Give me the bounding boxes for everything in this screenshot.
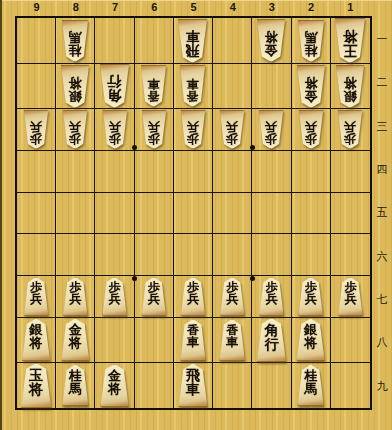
piece-face: 王将 <box>334 18 366 63</box>
shogi-board: 桂馬飛車金将桂馬王将銀将角行香車香車金将銀将歩兵歩兵歩兵歩兵歩兵歩兵歩兵歩兵歩兵… <box>15 16 372 410</box>
board-cell-4-6[interactable] <box>213 234 252 276</box>
piece-sente-pawn[interactable]: 歩兵 <box>337 277 363 316</box>
hoshi-dot <box>250 276 255 281</box>
piece-kanji: 車 <box>148 78 160 90</box>
file-label-5: 5 <box>174 1 213 14</box>
piece-face: 歩兵 <box>298 277 324 316</box>
board-cell-2-9[interactable]: 桂馬 <box>292 363 331 408</box>
piece-face: 香車 <box>179 319 206 361</box>
piece-kanji: 車 <box>187 78 199 90</box>
piece-kanji: 兵 <box>265 294 277 306</box>
board-cell-6-5[interactable] <box>135 193 174 235</box>
board-cell-2-4[interactable] <box>292 151 331 193</box>
piece-face: 歩兵 <box>141 277 167 316</box>
hoshi-dot <box>250 145 255 150</box>
file-label-7: 7 <box>95 1 134 14</box>
piece-sente-pawn[interactable]: 歩兵 <box>258 277 284 316</box>
piece-gote-pawn[interactable]: 歩兵 <box>337 110 363 149</box>
piece-gote-lance[interactable]: 香車 <box>179 65 206 107</box>
board-cell-8-3[interactable]: 歩兵 <box>56 109 95 151</box>
piece-gote-knight[interactable]: 桂馬 <box>297 20 325 62</box>
piece-kanji: 将 <box>343 30 357 44</box>
piece-face: 金将 <box>60 318 90 361</box>
board-cell-9-5[interactable] <box>17 193 56 235</box>
file-label-1: 1 <box>331 1 370 14</box>
board-cell-5-8[interactable]: 香車 <box>174 318 213 363</box>
piece-face: 金将 <box>296 65 326 108</box>
file-label-3: 3 <box>252 1 291 14</box>
piece-kanji: 兵 <box>148 294 160 306</box>
board-cell-3-5[interactable] <box>252 193 291 235</box>
file-label-4: 4 <box>213 1 252 14</box>
piece-kanji: 兵 <box>305 294 317 306</box>
rank-label-8: 八 <box>374 321 390 364</box>
board-cell-5-9[interactable]: 飛車 <box>174 363 213 408</box>
piece-face: 桂馬 <box>61 364 89 406</box>
piece-gote-pawn[interactable]: 歩兵 <box>258 110 284 149</box>
piece-gote-rook[interactable]: 飛車 <box>177 19 208 63</box>
board-cell-3-4[interactable] <box>252 151 291 193</box>
hoshi-dot <box>132 145 137 150</box>
board-cell-4-5[interactable] <box>213 193 252 235</box>
board-cell-1-7[interactable]: 歩兵 <box>331 276 370 318</box>
piece-face: 歩兵 <box>258 277 284 316</box>
board-cell-8-6[interactable] <box>56 234 95 276</box>
piece-sente-lance[interactable]: 香車 <box>179 319 206 361</box>
board-cell-1-8[interactable] <box>331 318 370 363</box>
board-cell-7-4[interactable] <box>95 151 134 193</box>
file-label-8: 8 <box>56 1 95 14</box>
board-cell-7-9[interactable]: 金将 <box>95 363 134 408</box>
piece-kanji: 馬 <box>304 30 317 43</box>
board-cell-4-7[interactable]: 歩兵 <box>213 276 252 318</box>
piece-face: 歩兵 <box>337 110 363 149</box>
board-cell-9-3[interactable]: 歩兵 <box>17 109 56 151</box>
board-cell-7-6[interactable] <box>95 234 134 276</box>
board-cell-8-9[interactable]: 桂馬 <box>56 363 95 408</box>
piece-kanji: 将 <box>29 383 43 397</box>
rank-label-5: 五 <box>374 191 390 234</box>
board-cell-5-2[interactable]: 香車 <box>174 64 213 109</box>
rank-label-6: 六 <box>374 235 390 278</box>
piece-sente-pawn[interactable]: 歩兵 <box>141 277 167 316</box>
board-cell-5-6[interactable] <box>174 234 213 276</box>
board-cell-8-4[interactable] <box>56 151 95 193</box>
board-cell-4-1[interactable] <box>213 18 252 64</box>
piece-kanji: 馬 <box>304 383 317 396</box>
board-cell-6-2[interactable]: 香車 <box>135 64 174 109</box>
board-cell-1-5[interactable] <box>331 193 370 235</box>
board-cell-9-6[interactable] <box>17 234 56 276</box>
piece-face: 歩兵 <box>23 277 49 316</box>
piece-gote-king[interactable]: 王将 <box>334 18 366 63</box>
board-cell-2-8[interactable]: 銀将 <box>292 318 331 363</box>
file-label-9: 9 <box>17 1 56 14</box>
board-cell-5-3[interactable]: 歩兵 <box>174 109 213 151</box>
piece-gote-pawn[interactable]: 歩兵 <box>23 110 49 149</box>
board-cell-3-3[interactable]: 歩兵 <box>252 109 291 151</box>
piece-kanji: 香 <box>148 89 160 101</box>
board-cell-3-1[interactable]: 金将 <box>252 18 291 64</box>
piece-face: 歩兵 <box>298 110 324 149</box>
piece-face: 歩兵 <box>102 110 128 149</box>
piece-kanji: 兵 <box>265 120 277 132</box>
rank-labels: 一二三四五六七八九 <box>374 18 390 408</box>
piece-kanji: 将 <box>304 76 317 89</box>
piece-face: 歩兵 <box>219 110 245 149</box>
board-cell-3-7[interactable]: 歩兵 <box>252 276 291 318</box>
piece-face: 角行 <box>99 64 130 108</box>
piece-kanji: 兵 <box>226 120 238 132</box>
piece-kanji: 兵 <box>148 120 160 132</box>
piece-face: 角行 <box>256 318 287 362</box>
piece-face: 歩兵 <box>102 277 128 316</box>
board-cell-9-9[interactable]: 玉将 <box>17 363 56 408</box>
piece-face: 歩兵 <box>180 110 206 149</box>
board-cell-5-1[interactable]: 飛車 <box>174 18 213 64</box>
piece-face: 歩兵 <box>258 110 284 149</box>
rank-label-7: 七 <box>374 278 390 321</box>
board-cell-7-7[interactable]: 歩兵 <box>95 276 134 318</box>
rank-label-4: 四 <box>374 148 390 191</box>
piece-face: 金将 <box>256 19 286 62</box>
board-cell-1-4[interactable] <box>331 151 370 193</box>
board-cell-8-8[interactable]: 金将 <box>56 318 95 363</box>
piece-kanji: 金 <box>265 43 278 56</box>
piece-face: 歩兵 <box>23 110 49 149</box>
piece-face: 金将 <box>100 364 130 407</box>
piece-sente-rook[interactable]: 飛車 <box>177 363 208 407</box>
piece-face: 歩兵 <box>180 277 206 316</box>
board-cell-2-3[interactable]: 歩兵 <box>292 109 331 151</box>
board-cell-4-3[interactable]: 歩兵 <box>213 109 252 151</box>
piece-gote-knight[interactable]: 桂馬 <box>61 20 89 62</box>
board-cell-9-8[interactable]: 銀将 <box>17 318 56 363</box>
rank-label-2: 二 <box>374 61 390 104</box>
piece-kanji: 兵 <box>30 294 42 306</box>
piece-gote-silver[interactable]: 銀将 <box>335 65 365 108</box>
board-cell-5-4[interactable] <box>174 151 213 193</box>
board-cell-1-3[interactable]: 歩兵 <box>331 109 370 151</box>
piece-kanji: 兵 <box>344 294 356 306</box>
piece-sente-knight[interactable]: 桂馬 <box>297 364 325 406</box>
board-cell-2-6[interactable] <box>292 234 331 276</box>
piece-face: 桂馬 <box>297 364 325 406</box>
piece-sente-pawn[interactable]: 歩兵 <box>180 277 206 316</box>
piece-sente-silver[interactable]: 銀将 <box>21 318 51 361</box>
piece-kanji: 将 <box>108 383 121 396</box>
piece-sente-bishop[interactable]: 角行 <box>256 318 287 362</box>
board-cell-6-9[interactable] <box>135 363 174 408</box>
piece-face: 歩兵 <box>62 110 88 149</box>
piece-kanji: 兵 <box>187 120 199 132</box>
file-labels: 987654321 <box>17 1 370 14</box>
piece-face: 銀将 <box>296 318 326 361</box>
board-cell-4-9[interactable] <box>213 363 252 408</box>
piece-gote-pawn[interactable]: 歩兵 <box>62 110 88 149</box>
rank-label-3: 三 <box>374 105 390 148</box>
piece-kanji: 車 <box>187 337 199 349</box>
piece-face: 香車 <box>179 65 206 107</box>
board-cell-4-8[interactable]: 香車 <box>213 318 252 363</box>
piece-kanji: 将 <box>304 337 317 350</box>
piece-kanji: 将 <box>30 337 43 350</box>
piece-kanji: 兵 <box>187 294 199 306</box>
piece-kanji: 行 <box>264 338 278 352</box>
shogi-app: 987654321 桂馬飛車金将桂馬王将銀将角行香車香車金将銀将歩兵歩兵歩兵歩兵… <box>0 0 392 430</box>
board-cell-9-1[interactable] <box>17 18 56 64</box>
board-cell-4-4[interactable] <box>213 151 252 193</box>
piece-kanji: 車 <box>226 337 238 349</box>
piece-kanji: 兵 <box>109 294 121 306</box>
piece-face: 銀将 <box>21 318 51 361</box>
board-cell-3-9[interactable] <box>252 363 291 408</box>
piece-face: 香車 <box>140 65 167 107</box>
piece-face: 玉将 <box>20 363 52 408</box>
piece-gote-pawn[interactable]: 歩兵 <box>180 110 206 149</box>
piece-kanji: 角 <box>108 88 122 102</box>
piece-sente-gold[interactable]: 金将 <box>100 364 130 407</box>
piece-kanji: 将 <box>69 76 82 89</box>
board-cell-3-8[interactable]: 角行 <box>252 318 291 363</box>
piece-sente-silver[interactable]: 銀将 <box>296 318 326 361</box>
piece-face: 歩兵 <box>219 277 245 316</box>
board-cell-4-2[interactable] <box>213 64 252 109</box>
board-cell-7-3[interactable]: 歩兵 <box>95 109 134 151</box>
board-cell-2-1[interactable]: 桂馬 <box>292 18 331 64</box>
board-cell-8-2[interactable]: 銀将 <box>56 64 95 109</box>
piece-sente-gold[interactable]: 金将 <box>60 318 90 361</box>
piece-kanji: 兵 <box>109 120 121 132</box>
piece-kanji: 兵 <box>344 120 356 132</box>
board-cell-1-9[interactable] <box>331 363 370 408</box>
piece-gote-gold[interactable]: 金将 <box>296 65 326 108</box>
piece-face: 銀将 <box>335 65 365 108</box>
piece-face: 銀将 <box>60 65 90 108</box>
piece-sente-pawn[interactable]: 歩兵 <box>23 277 49 316</box>
piece-kanji: 兵 <box>69 120 81 132</box>
piece-sente-pawn[interactable]: 歩兵 <box>102 277 128 316</box>
board-cell-9-4[interactable] <box>17 151 56 193</box>
piece-gote-pawn[interactable]: 歩兵 <box>102 110 128 149</box>
piece-sente-lance[interactable]: 香車 <box>219 319 246 361</box>
board-cell-1-6[interactable] <box>331 234 370 276</box>
board-cell-2-7[interactable]: 歩兵 <box>292 276 331 318</box>
piece-kanji: 車 <box>186 383 200 397</box>
piece-face: 歩兵 <box>62 277 88 316</box>
piece-face: 桂馬 <box>61 20 89 62</box>
piece-kanji: 行 <box>108 75 122 89</box>
piece-sente-knight[interactable]: 桂馬 <box>61 364 89 406</box>
piece-gote-silver[interactable]: 銀将 <box>60 65 90 108</box>
piece-face: 飛車 <box>177 363 208 407</box>
board-cell-7-2[interactable]: 角行 <box>95 64 134 109</box>
piece-face: 飛車 <box>177 19 208 63</box>
board-cell-6-4[interactable] <box>135 151 174 193</box>
board-cell-7-1[interactable] <box>95 18 134 64</box>
board-cell-6-6[interactable] <box>135 234 174 276</box>
piece-kanji: 将 <box>344 76 357 89</box>
piece-kanji: 馬 <box>69 30 82 43</box>
piece-kanji: 王 <box>343 43 357 57</box>
board-cell-9-2[interactable] <box>17 64 56 109</box>
board-cell-5-7[interactable]: 歩兵 <box>174 276 213 318</box>
piece-kanji: 将 <box>69 337 82 350</box>
piece-sente-king[interactable]: 玉将 <box>20 363 52 408</box>
piece-face: 香車 <box>219 319 246 361</box>
piece-face: 桂馬 <box>297 20 325 62</box>
piece-sente-pawn[interactable]: 歩兵 <box>62 277 88 316</box>
piece-gote-gold[interactable]: 金将 <box>256 19 286 62</box>
file-label-2: 2 <box>292 1 331 14</box>
board-cell-7-5[interactable] <box>95 193 134 235</box>
piece-face: 歩兵 <box>337 277 363 316</box>
board-cell-2-5[interactable] <box>292 193 331 235</box>
piece-kanji: 兵 <box>305 120 317 132</box>
piece-sente-pawn[interactable]: 歩兵 <box>298 277 324 316</box>
board-cell-1-1[interactable]: 王将 <box>331 18 370 64</box>
board-cell-3-6[interactable] <box>252 234 291 276</box>
board-cell-1-2[interactable]: 銀将 <box>331 64 370 109</box>
piece-kanji: 兵 <box>226 294 238 306</box>
rank-label-1: 一 <box>374 18 390 61</box>
piece-face: 歩兵 <box>141 110 167 149</box>
board-cell-6-7[interactable]: 歩兵 <box>135 276 174 318</box>
rank-label-9: 九 <box>374 365 390 408</box>
piece-kanji: 兵 <box>69 294 81 306</box>
board-cell-2-2[interactable]: 金将 <box>292 64 331 109</box>
piece-kanji: 兵 <box>30 120 42 132</box>
file-label-6: 6 <box>135 1 174 14</box>
piece-gote-pawn[interactable]: 歩兵 <box>298 110 324 149</box>
board-cell-6-1[interactable] <box>135 18 174 64</box>
board-cell-8-1[interactable]: 桂馬 <box>56 18 95 64</box>
piece-gote-bishop[interactable]: 角行 <box>99 64 130 108</box>
piece-kanji: 香 <box>187 89 199 101</box>
window-left-edge <box>0 0 2 430</box>
board-cell-8-7[interactable]: 歩兵 <box>56 276 95 318</box>
board-cell-8-5[interactable] <box>56 193 95 235</box>
board-cell-6-3[interactable]: 歩兵 <box>135 109 174 151</box>
board-cell-9-7[interactable]: 歩兵 <box>17 276 56 318</box>
board-cell-7-8[interactable] <box>95 318 134 363</box>
piece-gote-lance[interactable]: 香車 <box>140 65 167 107</box>
piece-sente-pawn[interactable]: 歩兵 <box>219 277 245 316</box>
piece-kanji: 馬 <box>69 383 82 396</box>
board-cell-6-8[interactable] <box>135 318 174 363</box>
piece-gote-pawn[interactable]: 歩兵 <box>219 110 245 149</box>
piece-kanji: 将 <box>265 31 278 44</box>
board-cell-5-5[interactable] <box>174 193 213 235</box>
piece-gote-pawn[interactable]: 歩兵 <box>141 110 167 149</box>
hoshi-dot <box>132 276 137 281</box>
board-cell-3-2[interactable] <box>252 64 291 109</box>
piece-kanji: 車 <box>186 29 200 43</box>
